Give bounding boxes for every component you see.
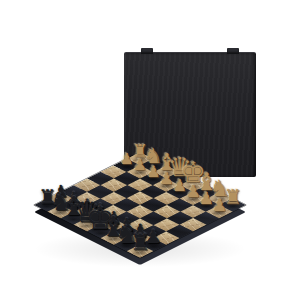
hinge-icon [227,48,239,54]
hinge-icon [141,48,153,54]
product-photo: ♜♞♟♝♟♛♟♚♟♝♟♞♟♟♜♟♟♜♟♟♞♟♝♟♛♟♚♟♝♟♞♜ [0,0,300,300]
